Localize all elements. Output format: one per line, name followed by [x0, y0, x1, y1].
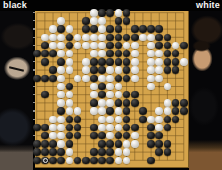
stone-white: [147, 66, 155, 74]
stone-black: [172, 99, 180, 107]
stone-white: [66, 107, 74, 115]
stone-white: [66, 25, 74, 33]
stone-white: [57, 17, 65, 25]
stone-white: [131, 132, 139, 140]
stone-white: [147, 58, 155, 66]
stone-black: [41, 140, 49, 148]
stone-white: [82, 75, 90, 83]
stone-black: [98, 83, 106, 91]
stone-white: [115, 9, 123, 17]
left-player-photo: [0, 11, 33, 170]
stone-black: [106, 25, 114, 33]
stone-black: [82, 17, 90, 25]
stone-black: [49, 148, 57, 156]
stone-black: [147, 25, 155, 33]
stone-white: [49, 25, 57, 33]
stone-white: [98, 42, 106, 50]
stone-black: [155, 25, 163, 33]
stone-white: [98, 25, 106, 33]
stone-white: [66, 66, 74, 74]
stone-black: [41, 132, 49, 140]
stone-black: [33, 157, 41, 165]
stone-white: [82, 58, 90, 66]
stone-white: [106, 99, 114, 107]
glasses-icon: [9, 66, 24, 72]
stone-black: [115, 140, 123, 148]
broadcast-frame: black white: [0, 0, 222, 170]
stone-black: [41, 58, 49, 66]
stone-white: [98, 99, 106, 107]
stone-white: [147, 42, 155, 50]
stone-black: [106, 107, 114, 115]
stone-black: [106, 140, 114, 148]
stone-white: [131, 50, 139, 58]
stone-black: [90, 75, 98, 83]
stone-black: [106, 34, 114, 42]
stone-white: [66, 58, 74, 66]
stone-white: [90, 34, 98, 42]
stone-white: [98, 124, 106, 132]
stone-white: [147, 75, 155, 83]
stone-black: [106, 157, 114, 165]
stone-black: [90, 124, 98, 132]
stone-white: [106, 116, 114, 124]
stone-white: [49, 116, 57, 124]
stone-white: [57, 140, 65, 148]
stone-black: [155, 148, 163, 156]
stone-black: [41, 124, 49, 132]
stone-white: [98, 34, 106, 42]
stone-white: [90, 17, 98, 25]
stone-black: [82, 25, 90, 33]
stone-black: [90, 58, 98, 66]
stone-white: [90, 42, 98, 50]
stone-black: [98, 9, 106, 17]
stone-white: [82, 66, 90, 74]
stone-white: [90, 9, 98, 17]
stone-white: [155, 116, 163, 124]
stone-black: [164, 66, 172, 74]
stone-white: [49, 124, 57, 132]
stone-white: [155, 107, 163, 115]
stone-black: [131, 99, 139, 107]
stone-white: [147, 83, 155, 91]
stone-black: [139, 107, 147, 115]
stone-white: [147, 34, 155, 42]
stone-black: [41, 50, 49, 58]
stone-white: [139, 34, 147, 42]
stone-white: [131, 140, 139, 148]
stone-white: [131, 58, 139, 66]
go-board[interactable]: [35, 11, 189, 168]
stone-white: [106, 66, 114, 74]
stone-black: [49, 66, 57, 74]
stone-white: [98, 17, 106, 25]
stone-black: [90, 99, 98, 107]
stone-black: [41, 91, 49, 99]
stone-white: [57, 34, 65, 42]
stone-black: [115, 17, 123, 25]
stone-white: [82, 34, 90, 42]
stone-black: [66, 140, 74, 148]
stone-white: [49, 34, 57, 42]
stone-white: [131, 66, 139, 74]
stone-white: [90, 83, 98, 91]
stone-black: [57, 157, 65, 165]
stone-black: [131, 34, 139, 42]
stone-white: [90, 91, 98, 99]
stone-white: [106, 75, 114, 83]
stone-black: [106, 148, 114, 156]
stone-white: [57, 66, 65, 74]
stone-black: [131, 25, 139, 33]
stone-black: [41, 148, 49, 156]
stone-white: [57, 116, 65, 124]
stone-black: [57, 148, 65, 156]
stone-black: [90, 66, 98, 74]
stone-black: [33, 140, 41, 148]
stone-black: [90, 148, 98, 156]
stone-white: [66, 148, 74, 156]
black-player-label: black: [3, 0, 27, 11]
stone-white: [180, 58, 188, 66]
stone-white: [41, 34, 49, 42]
stone-white: [90, 107, 98, 115]
stone-black: [33, 50, 41, 58]
stone-black: [155, 140, 163, 148]
stone-white: [147, 116, 155, 124]
stone-black: [41, 42, 49, 50]
stone-black: [115, 58, 123, 66]
stone-black: [90, 157, 98, 165]
stone-white: [115, 107, 123, 115]
stone-white: [164, 107, 172, 115]
stone-black: [90, 132, 98, 140]
stone-black: [139, 116, 147, 124]
stone-black: [164, 58, 172, 66]
stone-black: [33, 75, 41, 83]
stone-white: [123, 140, 131, 148]
stone-black: [82, 157, 90, 165]
stone-black: [98, 66, 106, 74]
stone-white: [98, 75, 106, 83]
stone-black: [98, 58, 106, 66]
stone-black: [57, 25, 65, 33]
stone-white: [115, 66, 123, 74]
stone-black: [180, 99, 188, 107]
stone-black: [33, 148, 41, 156]
stone-black: [115, 25, 123, 33]
stone-black: [98, 157, 106, 165]
stone-black: [123, 9, 131, 17]
stone-black: [98, 148, 106, 156]
stone-white: [90, 50, 98, 58]
last-move-marker: [43, 158, 48, 163]
stone-black: [106, 58, 114, 66]
stone-white: [131, 75, 139, 83]
stone-black: [98, 140, 106, 148]
stone-black: [164, 140, 172, 148]
stone-black: [123, 58, 131, 66]
stone-white: [49, 42, 57, 50]
stone-black: [49, 75, 57, 83]
stone-white: [131, 42, 139, 50]
stone-black: [49, 157, 57, 165]
stone-black: [106, 9, 114, 17]
stone-black: [123, 99, 131, 107]
stone-black-marked: [41, 157, 49, 165]
stone-white: [66, 99, 74, 107]
stone-black: [180, 107, 188, 115]
stone-black: [147, 124, 155, 132]
stone-white: [155, 75, 163, 83]
stone-white: [98, 107, 106, 115]
stone-black: [123, 17, 131, 25]
stone-white: [155, 66, 163, 74]
stone-black: [155, 34, 163, 42]
stone-black: [147, 157, 155, 165]
stone-black: [57, 58, 65, 66]
stone-white: [155, 58, 163, 66]
stone-white: [98, 116, 106, 124]
right-player-photo: [189, 11, 222, 170]
stone-white: [57, 75, 65, 83]
stone-black: [57, 107, 65, 115]
stone-black: [131, 124, 139, 132]
stone-black: [180, 42, 188, 50]
stone-black: [33, 124, 41, 132]
stone-black: [164, 148, 172, 156]
stone-black: [172, 58, 180, 66]
stone-white: [164, 99, 172, 107]
stone-black: [147, 140, 155, 148]
stone-white: [57, 99, 65, 107]
stone-black: [131, 91, 139, 99]
stone-black: [90, 25, 98, 33]
stone-black: [139, 25, 147, 33]
stone-black: [41, 75, 49, 83]
stone-black: [49, 140, 57, 148]
stone-white: [115, 148, 123, 156]
stone-black: [115, 99, 123, 107]
white-player-label: white: [196, 0, 220, 11]
stone-white: [82, 42, 90, 50]
